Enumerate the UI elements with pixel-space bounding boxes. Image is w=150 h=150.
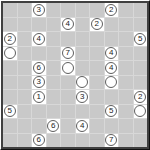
cell-r0c7[interactable]: 2 <box>105 3 119 17</box>
cell-r1c9[interactable] <box>134 18 148 32</box>
cell-r1c7[interactable] <box>105 18 119 32</box>
island-number: 6 <box>37 63 41 71</box>
island-number: 7 <box>66 49 70 57</box>
island-number: 7 <box>109 136 113 144</box>
island-number: 3 <box>80 92 84 100</box>
cell-r4c0[interactable] <box>3 61 17 75</box>
cell-r9c5[interactable] <box>76 134 90 148</box>
cell-r3c8[interactable] <box>119 47 133 61</box>
cell-r5c8[interactable] <box>119 76 133 90</box>
island-circle[interactable]: 2 <box>134 91 146 103</box>
cell-r1c6[interactable]: 2 <box>90 18 104 32</box>
cell-r9c2[interactable]: 6 <box>32 134 46 148</box>
cell-r2c7[interactable] <box>105 32 119 46</box>
cell-r7c1[interactable] <box>18 105 32 119</box>
island-circle[interactable]: 4 <box>62 18 74 30</box>
cell-r8c2[interactable] <box>32 119 46 133</box>
cell-r4c9[interactable] <box>134 61 148 75</box>
cell-r8c7[interactable] <box>105 119 119 133</box>
island-circle-blank[interactable] <box>4 47 16 59</box>
cell-r8c6[interactable] <box>90 119 104 133</box>
cell-r1c3[interactable] <box>47 18 61 32</box>
cell-r1c4[interactable]: 4 <box>61 18 75 32</box>
cell-r0c8[interactable] <box>119 3 133 17</box>
cell-r5c1[interactable] <box>18 76 32 90</box>
island-circle-blank[interactable] <box>134 105 146 117</box>
board-frame: 324224574643132556467 <box>0 0 150 150</box>
island-circle[interactable]: 4 <box>33 33 45 45</box>
cell-r0c1[interactable] <box>18 3 32 17</box>
cell-r6c2[interactable]: 1 <box>32 90 46 104</box>
cell-r1c2[interactable] <box>32 18 46 32</box>
island-circle[interactable]: 3 <box>33 4 45 16</box>
island-circle[interactable]: 6 <box>47 120 59 132</box>
cell-r9c1[interactable] <box>18 134 32 148</box>
island-circle[interactable]: 2 <box>105 4 117 16</box>
island-circle[interactable]: 4 <box>105 47 117 59</box>
cell-r5c6[interactable] <box>90 76 104 90</box>
island-circle[interactable]: 4 <box>76 120 88 132</box>
island-circle[interactable]: 3 <box>33 76 45 88</box>
cell-r7c7[interactable]: 5 <box>105 105 119 119</box>
cell-r5c9[interactable] <box>134 76 148 90</box>
island-number: 2 <box>138 92 142 100</box>
island-circle[interactable]: 2 <box>91 18 103 30</box>
cell-r6c7[interactable] <box>105 90 119 104</box>
cell-r7c2[interactable] <box>32 105 46 119</box>
cell-r8c8[interactable] <box>119 119 133 133</box>
cell-r3c0[interactable] <box>3 47 17 61</box>
cell-r2c4[interactable] <box>61 32 75 46</box>
island-circle[interactable]: 6 <box>33 134 45 146</box>
cell-r5c2[interactable]: 3 <box>32 76 46 90</box>
island-number: 4 <box>109 49 113 57</box>
cell-r1c1[interactable] <box>18 18 32 32</box>
island-number: 2 <box>95 20 99 28</box>
cell-r7c0[interactable]: 5 <box>3 105 17 119</box>
cell-r5c7[interactable] <box>105 76 119 90</box>
cell-r5c5[interactable] <box>76 76 90 90</box>
cell-r5c4[interactable] <box>61 76 75 90</box>
cell-r8c3[interactable]: 6 <box>47 119 61 133</box>
island-circle-blank[interactable] <box>62 62 74 74</box>
cell-r8c0[interactable] <box>3 119 17 133</box>
cell-r6c0[interactable] <box>3 90 17 104</box>
cell-r4c6[interactable] <box>90 61 104 75</box>
island-number: 4 <box>109 63 113 71</box>
cell-r2c3[interactable] <box>47 32 61 46</box>
cell-r2c1[interactable] <box>18 32 32 46</box>
cell-r6c6[interactable] <box>90 90 104 104</box>
cell-r7c5[interactable] <box>76 105 90 119</box>
cell-r6c5[interactable]: 3 <box>76 90 90 104</box>
island-number: 4 <box>37 34 41 42</box>
cell-r6c1[interactable] <box>18 90 32 104</box>
cell-r6c8[interactable] <box>119 90 133 104</box>
cell-r9c6[interactable] <box>90 134 104 148</box>
cell-r8c4[interactable] <box>61 119 75 133</box>
cell-r8c1[interactable] <box>18 119 32 133</box>
cell-r1c5[interactable] <box>76 18 90 32</box>
island-circle[interactable]: 5 <box>4 105 16 117</box>
island-circle[interactable]: 2 <box>4 33 16 45</box>
cell-r7c4[interactable] <box>61 105 75 119</box>
cell-r8c9[interactable] <box>134 119 148 133</box>
cell-r4c7[interactable]: 4 <box>105 61 119 75</box>
cell-r0c6[interactable] <box>90 3 104 17</box>
island-number: 3 <box>37 5 41 13</box>
cell-r1c8[interactable] <box>119 18 133 32</box>
island-number: 5 <box>109 107 113 115</box>
cell-r2c8[interactable] <box>119 32 133 46</box>
island-number: 5 <box>138 34 142 42</box>
cell-r0c5[interactable] <box>76 3 90 17</box>
cell-r6c9[interactable]: 2 <box>134 90 148 104</box>
island-circle-blank[interactable] <box>105 76 117 88</box>
cell-r2c2[interactable]: 4 <box>32 32 46 46</box>
cell-r5c3[interactable] <box>47 76 61 90</box>
island-circle[interactable]: 4 <box>105 62 117 74</box>
cell-r2c9[interactable]: 5 <box>134 32 148 46</box>
cell-r3c1[interactable] <box>18 47 32 61</box>
cell-r4c2[interactable]: 6 <box>32 61 46 75</box>
cell-r9c4[interactable] <box>61 134 75 148</box>
cell-r3c3[interactable] <box>47 47 61 61</box>
cell-r4c5[interactable] <box>76 61 90 75</box>
cell-r3c9[interactable] <box>134 47 148 61</box>
cell-r7c8[interactable] <box>119 105 133 119</box>
island-circle[interactable]: 1 <box>33 91 45 103</box>
cell-r0c9[interactable] <box>134 3 148 17</box>
cell-r3c2[interactable] <box>32 47 46 61</box>
cell-r9c8[interactable] <box>119 134 133 148</box>
island-number: 5 <box>8 107 12 115</box>
cell-r4c8[interactable] <box>119 61 133 75</box>
island-circle[interactable]: 3 <box>76 91 88 103</box>
cell-r1c0[interactable] <box>3 18 17 32</box>
island-circle[interactable]: 5 <box>134 33 146 45</box>
cell-r9c9[interactable] <box>134 134 148 148</box>
cell-r6c3[interactable] <box>47 90 61 104</box>
cell-r5c0[interactable] <box>3 76 17 90</box>
cell-r6c4[interactable] <box>61 90 75 104</box>
cell-r3c5[interactable] <box>76 47 90 61</box>
island-circle[interactable]: 7 <box>62 47 74 59</box>
cell-r2c6[interactable] <box>90 32 104 46</box>
cell-r0c4[interactable] <box>61 3 75 17</box>
cell-r9c3[interactable] <box>47 134 61 148</box>
island-circle[interactable]: 6 <box>33 62 45 74</box>
cell-r7c9[interactable] <box>134 105 148 119</box>
island-number: 4 <box>66 20 70 28</box>
cell-r4c3[interactable] <box>47 61 61 75</box>
cell-r3c7[interactable]: 4 <box>105 47 119 61</box>
bridges-board: 324224574643132556467 <box>1 1 149 149</box>
cell-r2c0[interactable]: 2 <box>3 32 17 46</box>
cell-r9c0[interactable] <box>3 134 17 148</box>
cell-r7c6[interactable] <box>90 105 104 119</box>
cell-r3c4[interactable]: 7 <box>61 47 75 61</box>
island-number: 4 <box>80 121 84 129</box>
island-number: 3 <box>37 78 41 86</box>
cell-r9c7[interactable]: 7 <box>105 134 119 148</box>
cell-r7c3[interactable] <box>47 105 61 119</box>
cell-r0c2[interactable]: 3 <box>32 3 46 17</box>
cell-r0c3[interactable] <box>47 3 61 17</box>
island-circle[interactable]: 5 <box>105 105 117 117</box>
cell-r8c5[interactable]: 4 <box>76 119 90 133</box>
island-number: 2 <box>109 5 113 13</box>
cell-r2c5[interactable] <box>76 32 90 46</box>
island-circle-blank[interactable] <box>76 76 88 88</box>
island-number: 6 <box>51 121 55 129</box>
cell-r4c4[interactable] <box>61 61 75 75</box>
cell-r3c6[interactable] <box>90 47 104 61</box>
island-circle[interactable]: 7 <box>105 134 117 146</box>
cell-r4c1[interactable] <box>18 61 32 75</box>
cell-r0c0[interactable] <box>3 3 17 17</box>
island-number: 2 <box>8 34 12 42</box>
island-number: 1 <box>37 92 41 100</box>
island-number: 6 <box>37 136 41 144</box>
